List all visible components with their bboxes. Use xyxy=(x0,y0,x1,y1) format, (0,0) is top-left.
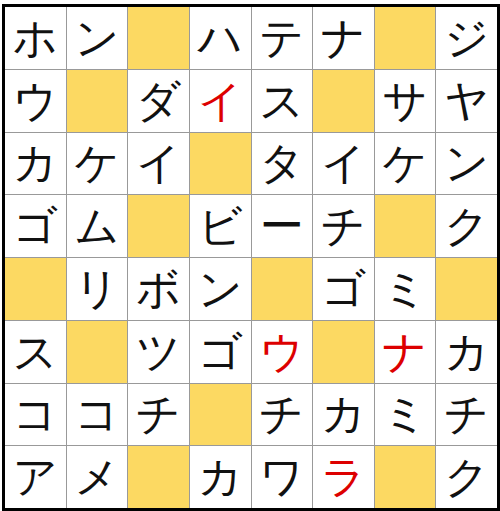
letter-cell-r4c2[interactable]: ム xyxy=(67,195,128,257)
blocked-cell-r7c4 xyxy=(190,384,251,446)
letter-cell-r1c8[interactable]: ジ xyxy=(436,7,497,69)
crossword-board: ホンハテナジウダイスサヤカケイタイケンゴムビーチクリボンゴミスツゴウナカココチチ… xyxy=(2,4,500,511)
blocked-cell-r2c6 xyxy=(313,70,374,132)
letter-cell-r2c5[interactable]: ス xyxy=(252,70,313,132)
letter-cell-r6c1[interactable]: ス xyxy=(5,321,66,383)
letter-cell-r5c2[interactable]: リ xyxy=(67,258,128,320)
blocked-cell-r5c1 xyxy=(5,258,66,320)
letter-cell-r2c1[interactable]: ウ xyxy=(5,70,66,132)
letter-cell-r4c8[interactable]: ク xyxy=(436,195,497,257)
letter-cell-r6c5[interactable]: ウ xyxy=(252,321,313,383)
letter-cell-r2c7[interactable]: サ xyxy=(375,70,436,132)
letter-cell-r3c1[interactable]: カ xyxy=(5,133,66,195)
blocked-cell-r6c6 xyxy=(313,321,374,383)
letter-cell-r5c3[interactable]: ボ xyxy=(128,258,189,320)
blocked-cell-r8c7 xyxy=(375,446,436,508)
letter-cell-r7c8[interactable]: チ xyxy=(436,384,497,446)
blocked-cell-r5c8 xyxy=(436,258,497,320)
letter-cell-r7c6[interactable]: カ xyxy=(313,384,374,446)
letter-cell-r4c1[interactable]: ゴ xyxy=(5,195,66,257)
blocked-cell-r3c4 xyxy=(190,133,251,195)
letter-cell-r2c3[interactable]: ダ xyxy=(128,70,189,132)
letter-cell-r1c4[interactable]: ハ xyxy=(190,7,251,69)
letter-cell-r8c6[interactable]: ラ xyxy=(313,446,374,508)
letter-cell-r3c2[interactable]: ケ xyxy=(67,133,128,195)
blocked-cell-r4c7 xyxy=(375,195,436,257)
letter-cell-r1c6[interactable]: ナ xyxy=(313,7,374,69)
letter-cell-r7c5[interactable]: チ xyxy=(252,384,313,446)
letter-cell-r4c4[interactable]: ビ xyxy=(190,195,251,257)
letter-cell-r2c4[interactable]: イ xyxy=(190,70,251,132)
letter-cell-r8c5[interactable]: ワ xyxy=(252,446,313,508)
letter-cell-r3c5[interactable]: タ xyxy=(252,133,313,195)
letter-cell-r8c2[interactable]: メ xyxy=(67,446,128,508)
letter-cell-r3c7[interactable]: ケ xyxy=(375,133,436,195)
letter-cell-r5c4[interactable]: ン xyxy=(190,258,251,320)
letter-cell-r6c4[interactable]: ゴ xyxy=(190,321,251,383)
letter-cell-r8c4[interactable]: カ xyxy=(190,446,251,508)
blocked-cell-r6c2 xyxy=(67,321,128,383)
letter-cell-r1c2[interactable]: ン xyxy=(67,7,128,69)
letter-cell-r8c8[interactable]: ク xyxy=(436,446,497,508)
blocked-cell-r4c3 xyxy=(128,195,189,257)
letter-cell-r6c7[interactable]: ナ xyxy=(375,321,436,383)
letter-cell-r3c3[interactable]: イ xyxy=(128,133,189,195)
letter-cell-r3c8[interactable]: ン xyxy=(436,133,497,195)
letter-cell-r7c2[interactable]: コ xyxy=(67,384,128,446)
letter-cell-r6c3[interactable]: ツ xyxy=(128,321,189,383)
letter-cell-r1c5[interactable]: テ xyxy=(252,7,313,69)
blocked-cell-r1c7 xyxy=(375,7,436,69)
letter-cell-r7c7[interactable]: ミ xyxy=(375,384,436,446)
letter-cell-r6c8[interactable]: カ xyxy=(436,321,497,383)
letter-cell-r8c1[interactable]: ア xyxy=(5,446,66,508)
blocked-cell-r1c3 xyxy=(128,7,189,69)
crossword-grid: ホンハテナジウダイスサヤカケイタイケンゴムビーチクリボンゴミスツゴウナカココチチ… xyxy=(5,7,497,508)
letter-cell-r4c6[interactable]: チ xyxy=(313,195,374,257)
letter-cell-r2c8[interactable]: ヤ xyxy=(436,70,497,132)
letter-cell-r5c7[interactable]: ミ xyxy=(375,258,436,320)
blocked-cell-r2c2 xyxy=(67,70,128,132)
letter-cell-r7c3[interactable]: チ xyxy=(128,384,189,446)
letter-cell-r7c1[interactable]: コ xyxy=(5,384,66,446)
blocked-cell-r5c5 xyxy=(252,258,313,320)
letter-cell-r1c1[interactable]: ホ xyxy=(5,7,66,69)
letter-cell-r3c6[interactable]: イ xyxy=(313,133,374,195)
letter-cell-r5c6[interactable]: ゴ xyxy=(313,258,374,320)
blocked-cell-r8c3 xyxy=(128,446,189,508)
letter-cell-r4c5[interactable]: ー xyxy=(252,195,313,257)
